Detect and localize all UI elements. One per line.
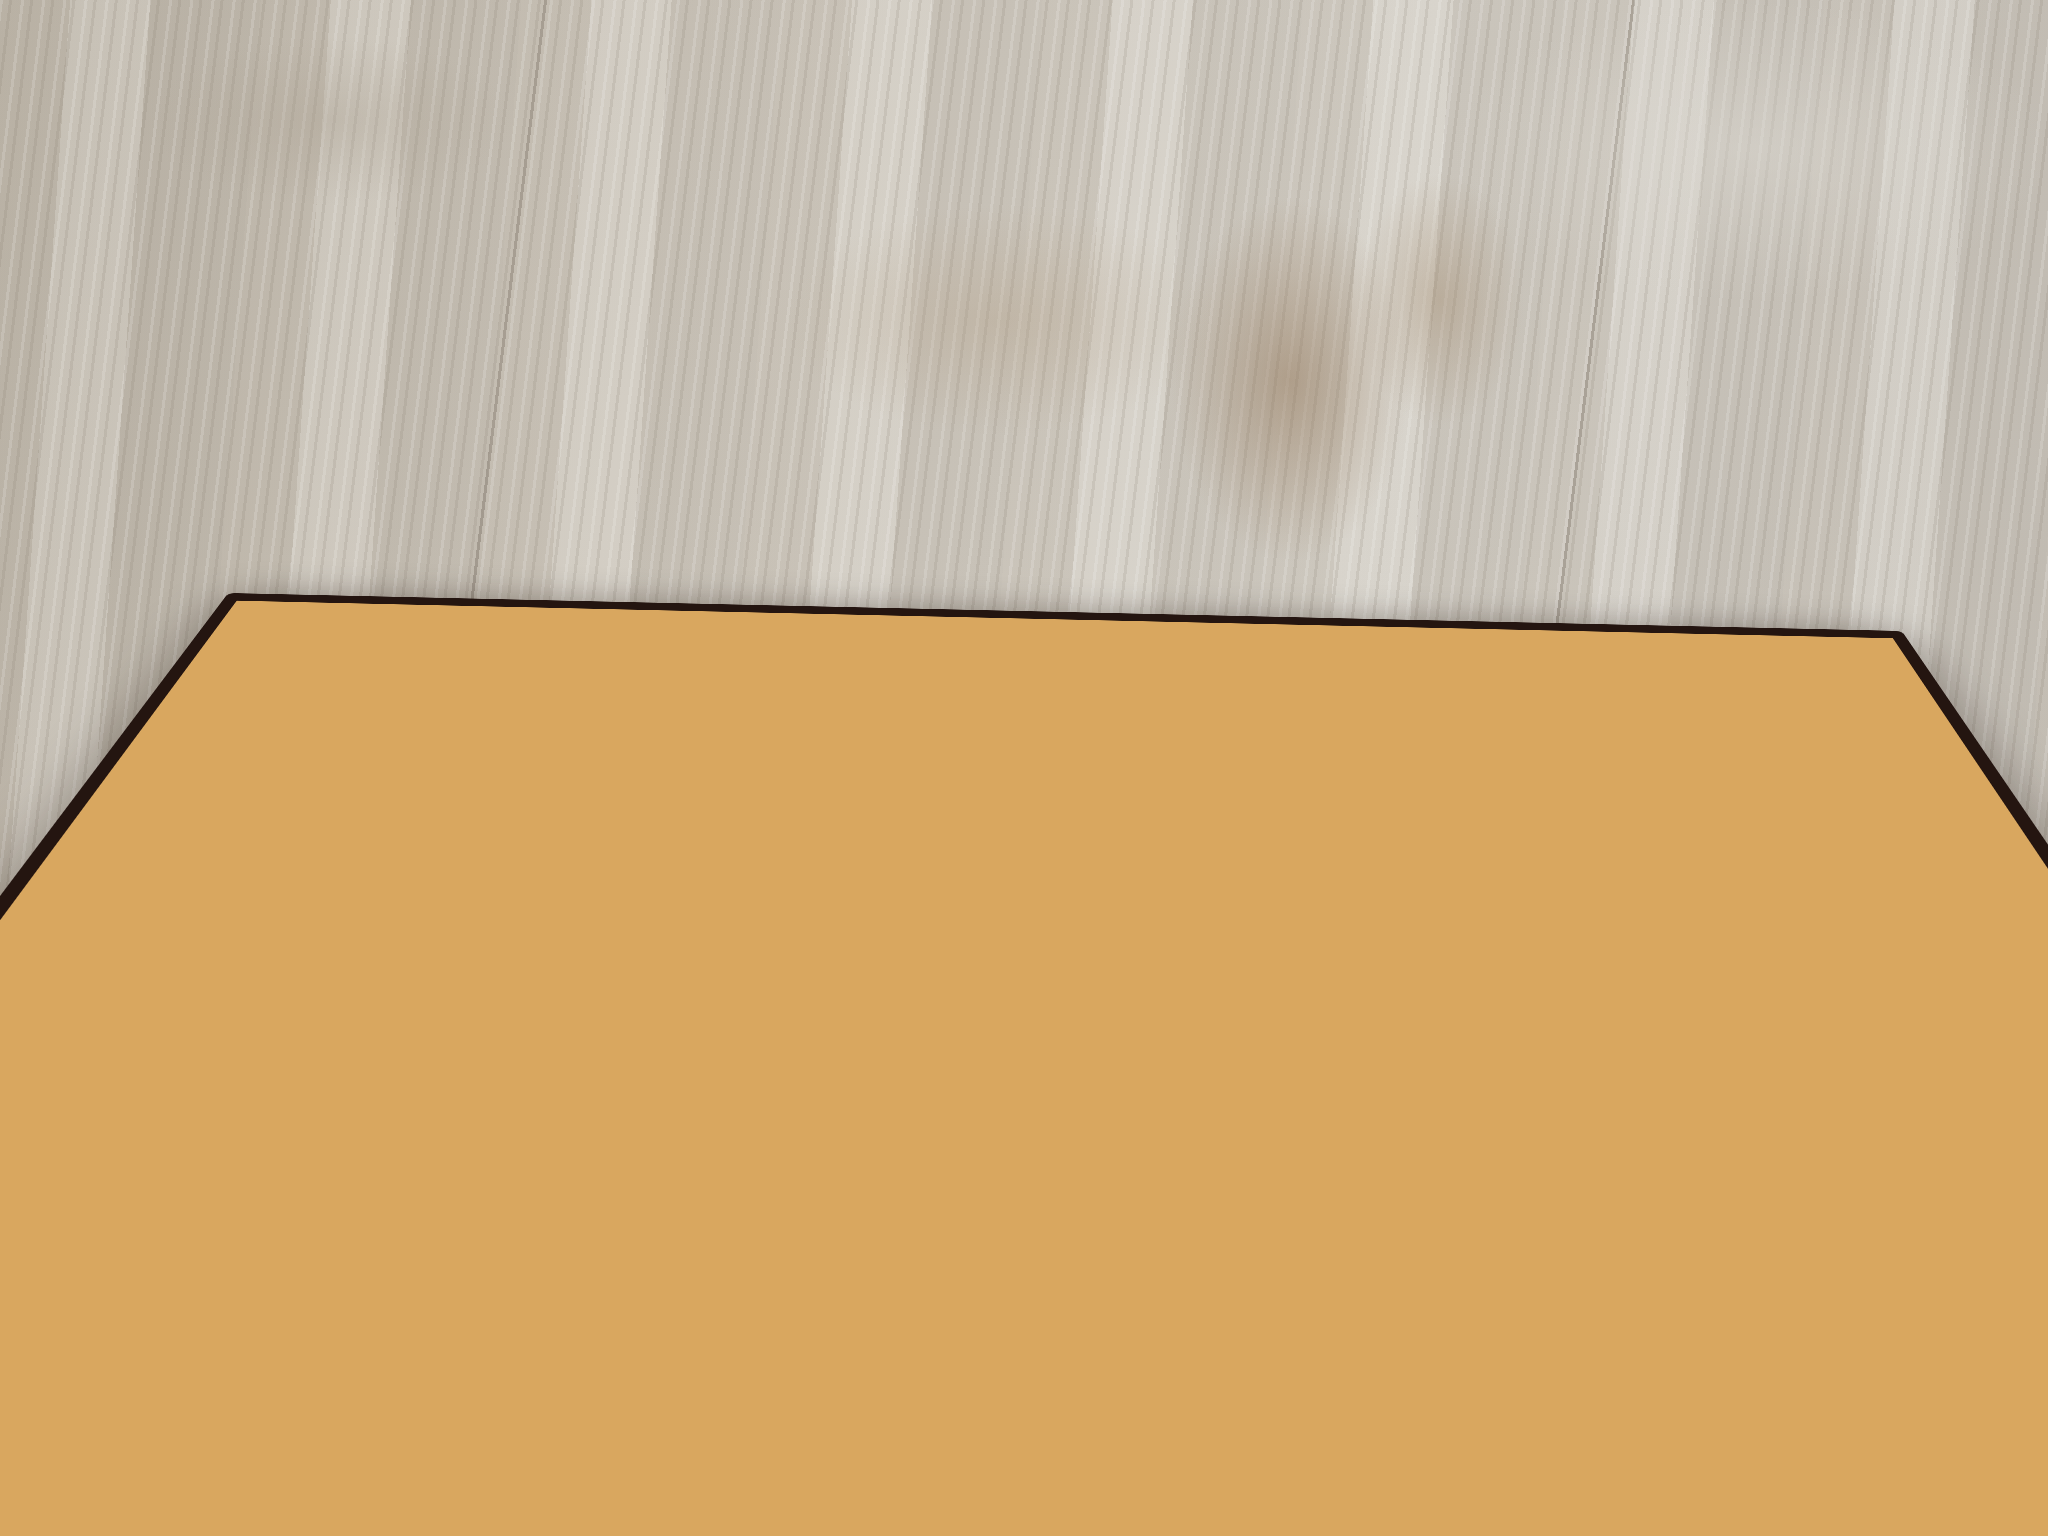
photo-scene [0,0,2048,1536]
board-face [0,593,2048,1536]
chess-board [0,593,2048,1536]
